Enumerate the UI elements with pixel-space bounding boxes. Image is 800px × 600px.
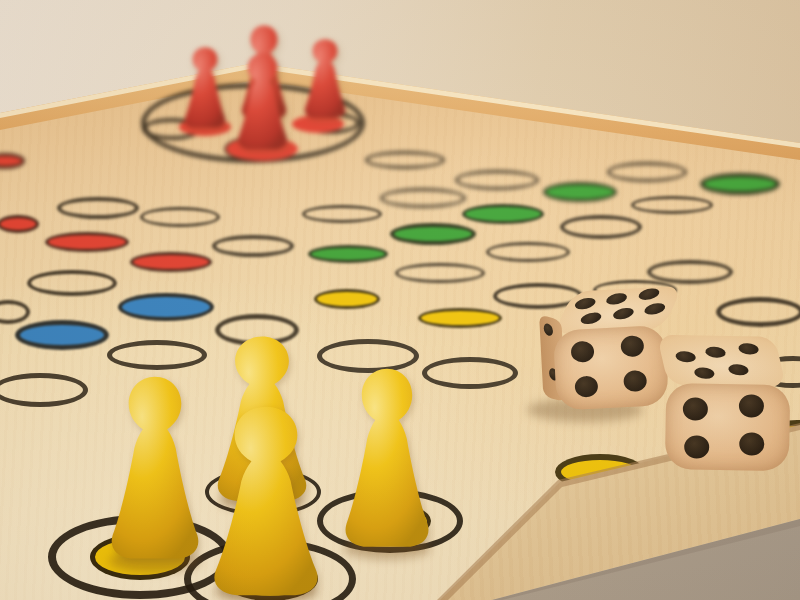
die-pip	[643, 302, 668, 314]
die-top-face-six	[657, 335, 787, 387]
die-showing-four-and-six[interactable]	[537, 285, 677, 416]
die-pip	[574, 376, 598, 398]
die-pip	[637, 288, 662, 300]
die-pip	[737, 343, 760, 354]
die-pip	[572, 298, 597, 310]
die-pip	[674, 351, 697, 362]
die-pip	[684, 435, 709, 458]
yellow-pawn[interactable]	[342, 366, 432, 552]
die-showing-four-and-six[interactable]	[657, 331, 795, 473]
die-pip	[739, 394, 764, 417]
die-pip	[570, 341, 594, 363]
yellow-pawn[interactable]	[108, 374, 202, 564]
die-pip	[605, 292, 630, 304]
ludo-board-photo	[0, 0, 800, 600]
die-pip	[610, 307, 635, 319]
die-pip	[727, 364, 750, 375]
die-pip	[705, 347, 728, 358]
die-pip	[578, 312, 603, 324]
die-pip	[739, 432, 764, 455]
yellow-pawn[interactable]	[210, 404, 322, 600]
die-front-face-four	[665, 383, 790, 471]
die-pip	[693, 367, 716, 378]
die-pip	[620, 335, 644, 357]
die-front-face-four	[553, 325, 669, 411]
die-pip	[623, 370, 647, 392]
die-pip	[543, 323, 553, 337]
die-pip	[683, 398, 708, 421]
